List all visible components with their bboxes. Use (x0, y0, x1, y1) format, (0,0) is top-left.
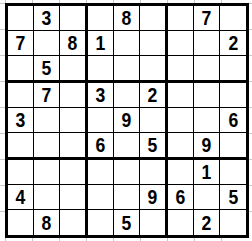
cell-r3c5[interactable] (114, 56, 140, 83)
cell-r3c9[interactable] (220, 56, 246, 83)
cell-r5c4[interactable] (88, 108, 114, 133)
cell-r3c8[interactable] (194, 56, 220, 83)
cell-r4c8[interactable] (194, 83, 220, 108)
cell-r2c2[interactable] (34, 31, 60, 56)
cell-r4c4[interactable]: 3 (88, 83, 114, 108)
cell-r6c2[interactable] (34, 133, 60, 160)
cell-r1c2[interactable]: 3 (34, 6, 60, 31)
cell-r9c1[interactable] (8, 210, 34, 235)
cell-digit: 2 (148, 85, 157, 105)
cell-r4c7[interactable] (168, 83, 194, 108)
cell-digit: 5 (122, 213, 131, 233)
cell-r6c5[interactable] (114, 133, 140, 160)
cell-r3c7[interactable] (168, 56, 194, 83)
cell-r9c4[interactable] (88, 210, 114, 235)
cell-r9c7[interactable] (168, 210, 194, 235)
cell-r6c3[interactable] (60, 133, 88, 160)
cell-r4c5[interactable] (114, 83, 140, 108)
cell-r5c1[interactable]: 3 (8, 108, 34, 133)
cell-digit: 1 (96, 33, 105, 53)
cell-r6c6[interactable]: 5 (140, 133, 168, 160)
cell-r9c3[interactable] (60, 210, 88, 235)
cell-r2c9[interactable]: 2 (220, 31, 246, 56)
cell-r8c1[interactable]: 4 (8, 185, 34, 210)
cell-r1c9[interactable] (220, 6, 246, 31)
cell-r5c8[interactable] (194, 108, 220, 133)
cell-r1c3[interactable] (60, 6, 88, 31)
cell-r7c3[interactable] (60, 160, 88, 185)
cell-r3c6[interactable] (140, 56, 168, 83)
sudoku-board: 3877812573239665914965852 (5, 3, 249, 238)
cell-digit: 5 (42, 58, 51, 78)
cell-digit: 8 (68, 33, 77, 53)
cell-r4c6[interactable]: 2 (140, 83, 168, 108)
cell-digit: 6 (176, 187, 185, 207)
cell-r7c8[interactable]: 1 (194, 160, 220, 185)
cell-r5c2[interactable] (34, 108, 60, 133)
cell-r1c8[interactable]: 7 (194, 6, 220, 31)
cell-r2c8[interactable] (194, 31, 220, 56)
cell-r8c7[interactable]: 6 (168, 185, 194, 210)
cell-digit: 3 (96, 85, 105, 105)
cell-r5c6[interactable] (140, 108, 168, 133)
cell-r7c6[interactable] (140, 160, 168, 185)
cell-r7c7[interactable] (168, 160, 194, 185)
cell-r6c4[interactable]: 6 (88, 133, 114, 160)
cell-digit: 7 (16, 33, 25, 53)
cell-digit: 8 (122, 8, 131, 28)
cell-r7c4[interactable] (88, 160, 114, 185)
cell-r8c4[interactable] (88, 185, 114, 210)
cell-r1c4[interactable] (88, 6, 114, 31)
cell-digit: 7 (42, 85, 51, 105)
cell-r2c6[interactable] (140, 31, 168, 56)
cell-r9c5[interactable]: 5 (114, 210, 140, 235)
cell-r8c2[interactable] (34, 185, 60, 210)
cell-r1c5[interactable]: 8 (114, 6, 140, 31)
cell-r6c7[interactable] (168, 133, 194, 160)
cell-r8c3[interactable] (60, 185, 88, 210)
cell-digit: 9 (122, 110, 131, 130)
cell-r8c6[interactable]: 9 (140, 185, 168, 210)
cell-r7c1[interactable] (8, 160, 34, 185)
cell-r9c2[interactable]: 8 (34, 210, 60, 235)
cell-r8c5[interactable] (114, 185, 140, 210)
cell-r4c9[interactable] (220, 83, 246, 108)
cell-r5c9[interactable]: 6 (220, 108, 246, 133)
cell-r1c6[interactable] (140, 6, 168, 31)
cell-r5c3[interactable] (60, 108, 88, 133)
cell-digit: 8 (42, 213, 51, 233)
cell-digit: 5 (229, 187, 238, 207)
cell-r2c4[interactable]: 1 (88, 31, 114, 56)
cell-r4c3[interactable] (60, 83, 88, 108)
cell-r8c9[interactable]: 5 (220, 185, 246, 210)
cell-r5c5[interactable]: 9 (114, 108, 140, 133)
cell-r3c1[interactable] (8, 56, 34, 83)
cell-r6c8[interactable]: 9 (194, 133, 220, 160)
cell-r9c6[interactable] (140, 210, 168, 235)
cell-digit: 5 (148, 135, 157, 155)
cell-r1c7[interactable] (168, 6, 194, 31)
cell-digit: 3 (42, 8, 51, 28)
cell-digit: 4 (16, 187, 25, 207)
cell-r2c5[interactable] (114, 31, 140, 56)
cell-r2c1[interactable]: 7 (8, 31, 34, 56)
cell-r3c3[interactable] (60, 56, 88, 83)
cell-r9c9[interactable] (220, 210, 246, 235)
cell-r1c1[interactable] (8, 6, 34, 31)
cell-r6c9[interactable] (220, 133, 246, 160)
cell-digit: 2 (202, 213, 211, 233)
cell-r2c7[interactable] (168, 31, 194, 56)
sudoku-page: 3877812573239665914965852 (0, 0, 252, 241)
cell-digit: 6 (96, 135, 105, 155)
cell-digit: 6 (229, 110, 238, 130)
cell-digit: 3 (16, 110, 25, 130)
cell-digit: 9 (148, 187, 157, 207)
cell-digit: 9 (202, 135, 211, 155)
cell-digit: 2 (229, 33, 238, 53)
cell-r5c7[interactable] (168, 108, 194, 133)
cell-r9c8[interactable]: 2 (194, 210, 220, 235)
cell-r8c8[interactable] (194, 185, 220, 210)
cell-r7c5[interactable] (114, 160, 140, 185)
cell-r4c2[interactable]: 7 (34, 83, 60, 108)
cell-digit: 1 (202, 162, 211, 182)
cell-r7c9[interactable] (220, 160, 246, 185)
cell-r3c4[interactable] (88, 56, 114, 83)
cell-r6c1[interactable] (8, 133, 34, 160)
cell-r2c3[interactable]: 8 (60, 31, 88, 56)
cell-r4c1[interactable] (8, 83, 34, 108)
cell-digit: 7 (202, 8, 211, 28)
cell-r3c2[interactable]: 5 (34, 56, 60, 83)
cell-r7c2[interactable] (34, 160, 60, 185)
